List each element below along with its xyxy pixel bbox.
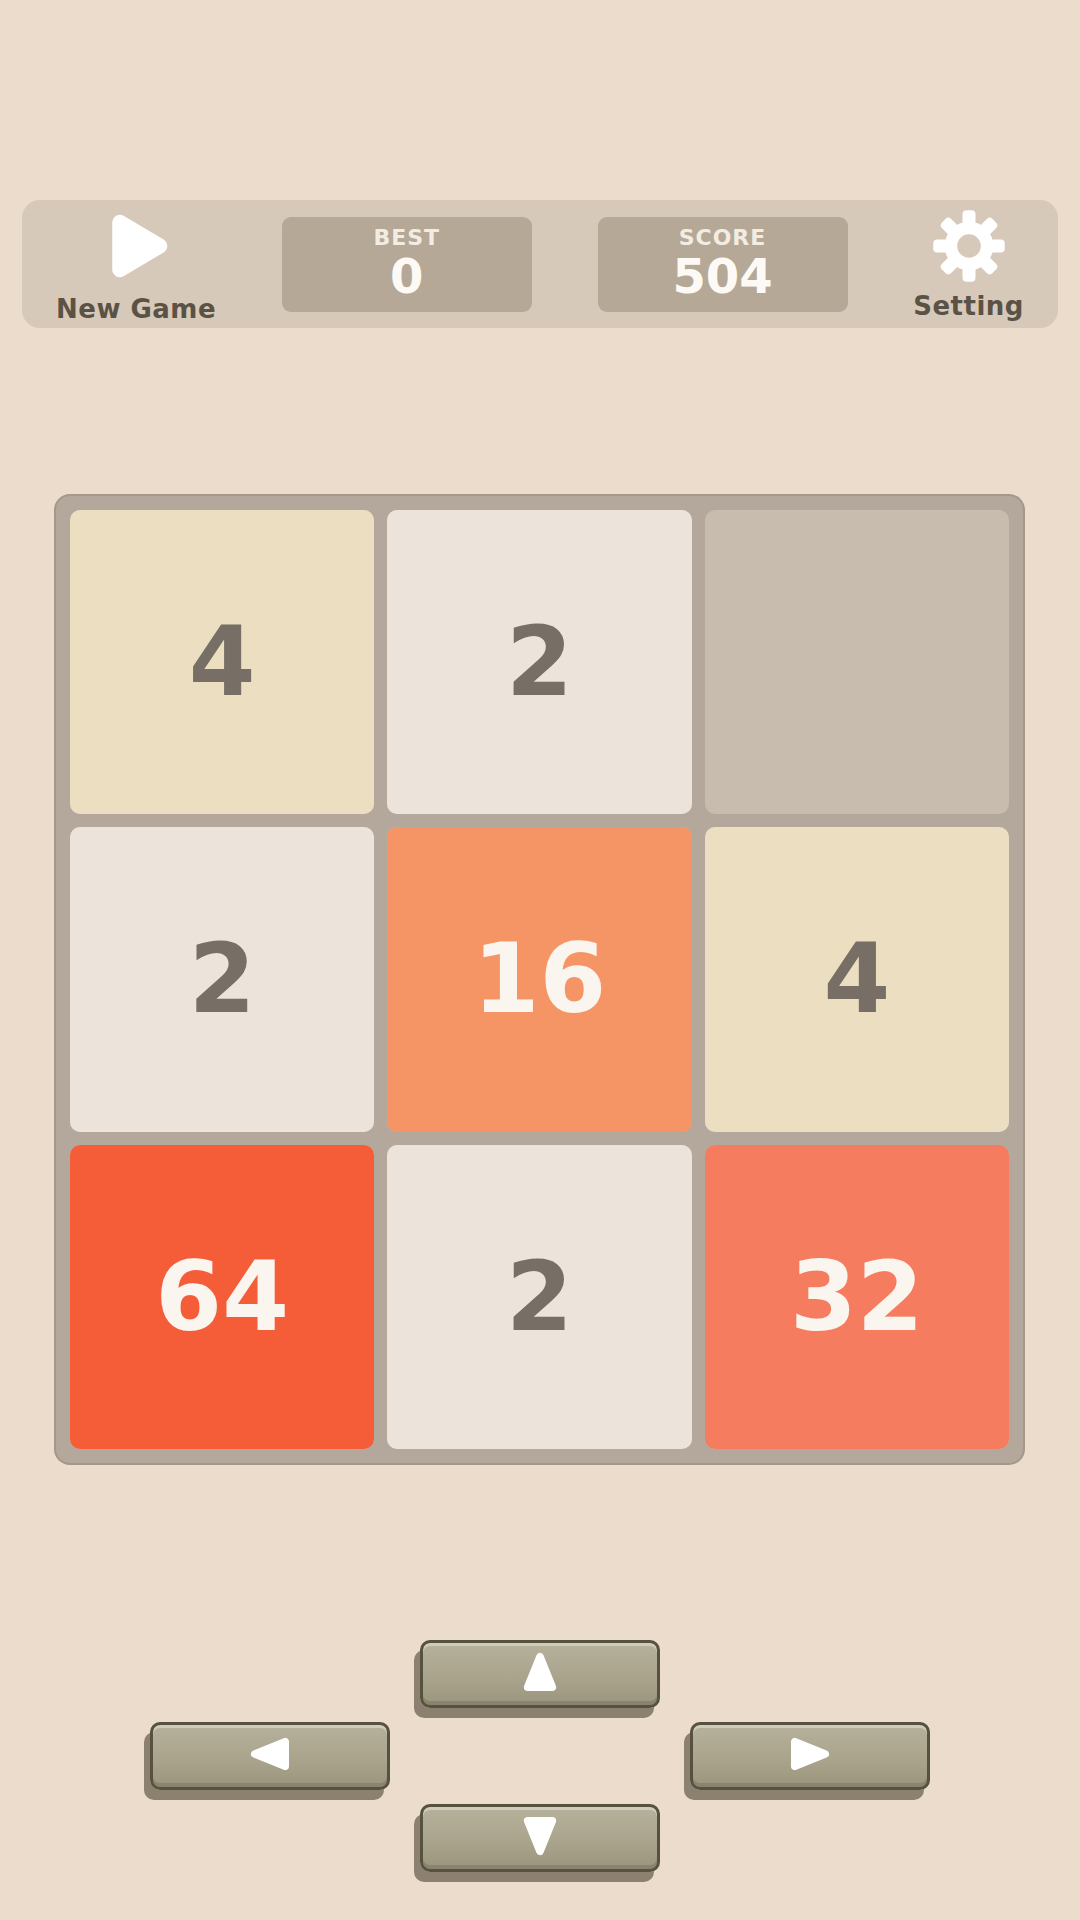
tile-value: 16 [387,827,691,1131]
best-label: BEST [373,225,440,250]
tile-2-r3c2: 2 [387,1145,691,1449]
best-box: BEST 0 [282,217,532,312]
board: 42216464232 [54,494,1025,1465]
tile-32-r3c3: 32 [705,1145,1009,1449]
play-icon [96,204,176,292]
new-game-label: New Game [56,294,216,324]
tile-value: 64 [70,1145,374,1449]
tile-value: 32 [705,1145,1009,1449]
move-right-button[interactable] [690,1722,930,1790]
score-box: SCORE 504 [598,217,848,312]
move-up-button[interactable] [420,1640,660,1708]
setting-button[interactable]: Setting [913,207,1024,321]
tile-value: 4 [70,510,374,814]
tile-value: 2 [70,827,374,1131]
best-value: 0 [390,250,423,303]
tile-16-r2c2: 16 [387,827,691,1131]
empty-cell-r1c3 [705,510,1009,814]
tile-value: 2 [387,510,691,814]
tile-4-r2c3: 4 [705,827,1009,1131]
tile-2-r1c2: 2 [387,510,691,814]
tile-4-r1c1: 4 [70,510,374,814]
down-arrow-icon [521,1813,559,1863]
setting-label: Setting [913,291,1024,321]
score-value: 504 [672,250,772,303]
top-bar: New Game BEST 0 SCORE 504 [22,200,1058,328]
tile-value: 2 [387,1145,691,1449]
gear-icon [930,207,1008,289]
tile-value: 4 [705,827,1009,1131]
up-arrow-icon [521,1649,559,1699]
tile-2-r2c1: 2 [70,827,374,1131]
move-down-button[interactable] [420,1804,660,1872]
tile-64-r3c1: 64 [70,1145,374,1449]
score-label: SCORE [679,225,767,250]
new-game-button[interactable]: New Game [56,204,216,324]
left-arrow-icon [247,1735,293,1777]
move-left-button[interactable] [150,1722,390,1790]
right-arrow-icon [787,1735,833,1777]
